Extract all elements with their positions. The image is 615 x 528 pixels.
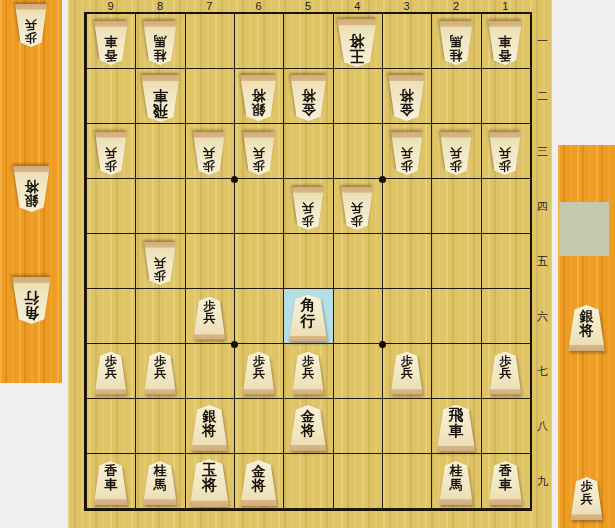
shogi-piece-lance-sente[interactable]: 香車 <box>487 461 523 505</box>
piece-kanji: 香 <box>104 48 117 62</box>
piece-kanji: 兵 <box>302 367 314 379</box>
piece-kanji: 香 <box>499 48 512 62</box>
shogi-piece-king-sente[interactable]: 玉将 <box>188 459 230 507</box>
piece-kanji: 将 <box>252 478 266 493</box>
piece-face: 玉将 <box>188 459 230 507</box>
shogi-board[interactable]: 香車桂馬王将桂馬香車飛車銀将金将金将歩兵歩兵歩兵歩兵歩兵歩兵歩兵歩兵歩兵歩兵角行… <box>84 12 532 511</box>
piece-kanji: 馬 <box>450 35 463 49</box>
piece-face: 歩兵 <box>488 352 522 395</box>
piece-kanji: 桂 <box>154 464 167 478</box>
piece-face: 歩兵 <box>94 132 128 175</box>
piece-face: 桂馬 <box>438 461 474 505</box>
piece-face: 歩兵 <box>192 132 226 175</box>
piece-kanji: 歩 <box>450 159 462 171</box>
piece-kanji: 桂 <box>450 464 463 478</box>
shogi-piece-knight-sente[interactable]: 桂馬 <box>438 461 474 505</box>
piece-kanji: 兵 <box>25 19 37 31</box>
shogi-piece-pawn-sente[interactable]: 歩兵 <box>143 352 177 395</box>
shogi-piece-silver-gote[interactable]: 銀将 <box>239 75 278 121</box>
piece-kanji: 将 <box>350 32 365 48</box>
piece-kanji: 車 <box>153 87 168 103</box>
piece-kanji: 銀 <box>580 309 594 324</box>
piece-kanji: 兵 <box>450 147 462 159</box>
rank-label-7: 七 <box>534 344 551 399</box>
piece-kanji: 兵 <box>105 367 117 379</box>
piece-face: 王将 <box>336 19 378 67</box>
shogi-piece-bishop-sente[interactable]: 角行 <box>288 295 329 342</box>
piece-kanji: 兵 <box>253 367 265 379</box>
rank-label-1: 一 <box>534 14 551 69</box>
shogi-piece-pawn-sente[interactable]: 歩兵 <box>488 352 522 395</box>
piece-face: 飛車 <box>436 405 477 452</box>
piece-kanji: 兵 <box>203 312 215 324</box>
shogi-piece-bishop-gote[interactable]: 角行 <box>11 277 52 324</box>
piece-face: 金将 <box>387 75 426 121</box>
shogi-piece-pawn-sente[interactable]: 歩兵 <box>94 352 128 395</box>
piece-kanji: 兵 <box>302 202 314 214</box>
piece-face: 歩兵 <box>390 352 424 395</box>
piece-kanji: 銀 <box>24 194 38 209</box>
piece-kanji: 角 <box>24 305 39 321</box>
piece-kanji: 将 <box>301 423 315 438</box>
rank-label-9: 九 <box>534 454 551 509</box>
sente-hand-origin-slot-highlight <box>559 202 609 256</box>
piece-kanji: 将 <box>24 179 38 194</box>
shogi-piece-pawn-sente[interactable]: 歩兵 <box>242 352 276 395</box>
shogi-piece-pawn-gote[interactable]: 歩兵 <box>242 132 276 175</box>
piece-kanji: 車 <box>104 478 117 492</box>
piece-face: 銀将 <box>567 305 606 351</box>
piece-face: 香車 <box>487 21 523 65</box>
piece-kanji: 兵 <box>154 257 166 269</box>
rank-label-3: 三 <box>534 124 551 179</box>
piece-kanji: 車 <box>449 424 464 440</box>
piece-kanji: 歩 <box>25 31 37 43</box>
star-point <box>379 341 386 348</box>
piece-kanji: 車 <box>499 478 512 492</box>
piece-kanji: 兵 <box>253 147 265 159</box>
piece-kanji: 兵 <box>581 493 593 505</box>
shogi-piece-pawn-gote[interactable]: 歩兵 <box>439 132 473 175</box>
piece-face: 歩兵 <box>242 132 276 175</box>
piece-kanji: 香 <box>499 464 512 478</box>
piece-face: 銀将 <box>190 405 229 451</box>
piece-kanji: 将 <box>202 423 216 438</box>
piece-face: 角行 <box>288 295 329 342</box>
gote-captured-tray: 歩兵銀将角行 <box>0 0 62 383</box>
piece-kanji: 歩 <box>105 159 117 171</box>
shogi-piece-knight-sente[interactable]: 桂馬 <box>142 461 178 505</box>
rank-label-5: 五 <box>534 234 551 289</box>
shogi-piece-lance-gote[interactable]: 香車 <box>487 21 523 65</box>
rank-label-2: 二 <box>534 69 551 124</box>
piece-face: 金将 <box>239 460 278 506</box>
piece-kanji: 歩 <box>253 159 265 171</box>
piece-kanji: 歩 <box>203 159 215 171</box>
shogi-piece-silver-sente[interactable]: 銀将 <box>567 305 606 351</box>
shogi-piece-pawn-sente[interactable]: 歩兵 <box>390 352 424 395</box>
piece-kanji: 香 <box>104 464 117 478</box>
piece-kanji: 将 <box>580 323 594 338</box>
piece-kanji: 将 <box>202 478 217 494</box>
piece-face: 歩兵 <box>94 352 128 395</box>
piece-kanji: 馬 <box>154 35 167 49</box>
piece-kanji: 王 <box>350 48 365 64</box>
piece-kanji: 将 <box>301 88 315 103</box>
shogi-piece-pawn-gote[interactable]: 歩兵 <box>340 187 374 230</box>
shogi-piece-gold-gote[interactable]: 金将 <box>387 75 426 121</box>
shogi-piece-knight-gote[interactable]: 桂馬 <box>142 21 178 65</box>
piece-kanji: 兵 <box>105 147 117 159</box>
piece-kanji: 歩 <box>302 214 314 226</box>
piece-kanji: 兵 <box>499 367 511 379</box>
piece-kanji: 兵 <box>154 367 166 379</box>
piece-face: 歩兵 <box>390 132 424 175</box>
shogi-piece-pawn-gote[interactable]: 歩兵 <box>291 187 325 230</box>
piece-kanji: 兵 <box>401 367 413 379</box>
piece-kanji: 兵 <box>351 202 363 214</box>
shogi-piece-pawn-gote[interactable]: 歩兵 <box>143 242 177 285</box>
star-point <box>231 341 238 348</box>
piece-face: 香車 <box>93 21 129 65</box>
piece-kanji: 銀 <box>252 103 266 118</box>
shogi-piece-pawn-gote[interactable]: 歩兵 <box>192 132 226 175</box>
piece-kanji: 金 <box>400 103 414 118</box>
shogi-piece-lance-gote[interactable]: 香車 <box>93 21 129 65</box>
shogi-piece-gold-sente[interactable]: 金将 <box>239 460 278 506</box>
piece-face: 歩兵 <box>291 187 325 230</box>
piece-face: 桂馬 <box>142 21 178 65</box>
piece-face: 歩兵 <box>242 352 276 395</box>
piece-face: 角行 <box>11 277 52 324</box>
piece-face: 歩兵 <box>14 4 48 47</box>
piece-kanji: 兵 <box>499 147 511 159</box>
shogi-piece-knight-gote[interactable]: 桂馬 <box>438 21 474 65</box>
piece-kanji: 桂 <box>154 48 167 62</box>
shogi-piece-pawn-gote[interactable]: 歩兵 <box>488 132 522 175</box>
rank-label-6: 六 <box>534 289 551 344</box>
piece-kanji: 桂 <box>450 48 463 62</box>
shogi-piece-pawn-gote[interactable]: 歩兵 <box>94 132 128 175</box>
piece-kanji: 歩 <box>499 159 511 171</box>
piece-face: 銀将 <box>12 166 51 212</box>
piece-kanji: 兵 <box>401 147 413 159</box>
piece-face: 歩兵 <box>291 352 325 395</box>
piece-face: 歩兵 <box>488 132 522 175</box>
shogi-piece-pawn-sente[interactable]: 歩兵 <box>291 352 325 395</box>
piece-face: 香車 <box>487 461 523 505</box>
piece-kanji: 馬 <box>450 478 463 492</box>
piece-face: 歩兵 <box>192 297 226 340</box>
piece-kanji: 金 <box>301 409 315 424</box>
piece-face: 歩兵 <box>570 477 604 520</box>
shogi-app: 歩兵銀将角行 銀将歩兵 9 8 7 6 5 4 3 2 1 一 二 三 四 五 … <box>0 0 615 528</box>
shogi-piece-lance-sente[interactable]: 香車 <box>93 461 129 505</box>
shogi-piece-pawn-sente[interactable]: 歩兵 <box>192 297 226 340</box>
shogi-piece-pawn-gote[interactable]: 歩兵 <box>14 4 48 47</box>
shogi-piece-gold-gote[interactable]: 金将 <box>289 75 328 121</box>
rank-labels: 一 二 三 四 五 六 七 八 九 <box>534 14 551 509</box>
rank-label-4: 四 <box>534 179 551 234</box>
piece-kanji: 歩 <box>581 480 593 492</box>
shogi-piece-rook-sente[interactable]: 飛車 <box>436 405 477 452</box>
shogi-piece-pawn-gote[interactable]: 歩兵 <box>390 132 424 175</box>
piece-kanji: 車 <box>499 35 512 49</box>
star-point <box>231 176 238 183</box>
piece-face: 歩兵 <box>143 242 177 285</box>
piece-kanji: 行 <box>24 289 39 305</box>
piece-face: 金将 <box>289 405 328 451</box>
piece-kanji: 歩 <box>154 269 166 281</box>
piece-kanji: 銀 <box>202 409 216 424</box>
shogi-piece-silver-sente[interactable]: 銀将 <box>190 405 229 451</box>
shogi-piece-king-gote[interactable]: 王将 <box>336 19 378 67</box>
shogi-piece-rook-gote[interactable]: 飛車 <box>140 75 181 122</box>
piece-kanji: 車 <box>104 35 117 49</box>
piece-face: 歩兵 <box>340 187 374 230</box>
piece-face: 歩兵 <box>143 352 177 395</box>
shogi-piece-pawn-sente[interactable]: 歩兵 <box>570 477 604 520</box>
piece-face: 歩兵 <box>439 132 473 175</box>
piece-face: 飛車 <box>140 75 181 122</box>
piece-kanji: 金 <box>252 464 266 479</box>
piece-kanji: 馬 <box>154 478 167 492</box>
shogi-piece-silver-gote[interactable]: 銀将 <box>12 166 51 212</box>
sente-captured-tray: 銀将歩兵 <box>558 145 615 528</box>
piece-face: 桂馬 <box>438 21 474 65</box>
piece-kanji: 歩 <box>351 214 363 226</box>
piece-kanji: 兵 <box>203 147 215 159</box>
piece-kanji: 金 <box>301 103 315 118</box>
piece-kanji: 行 <box>301 314 316 330</box>
piece-kanji: 将 <box>252 88 266 103</box>
piece-face: 桂馬 <box>142 461 178 505</box>
star-point <box>379 176 386 183</box>
piece-face: 金将 <box>289 75 328 121</box>
piece-face: 香車 <box>93 461 129 505</box>
piece-kanji: 将 <box>400 88 414 103</box>
rank-label-8: 八 <box>534 399 551 454</box>
piece-kanji: 歩 <box>401 159 413 171</box>
shogi-piece-gold-sente[interactable]: 金将 <box>289 405 328 451</box>
piece-face: 銀将 <box>239 75 278 121</box>
